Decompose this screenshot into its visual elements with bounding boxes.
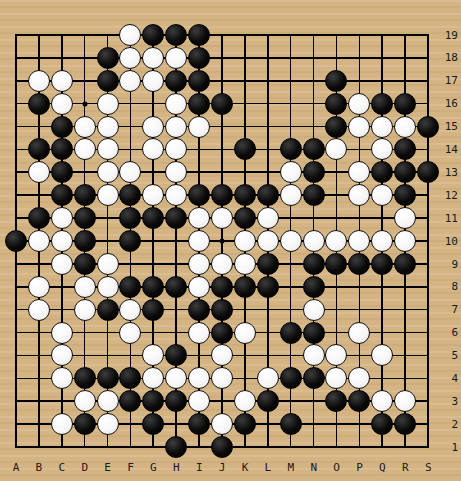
intersection-C7[interactable] — [50, 298, 73, 321]
intersection-R13[interactable] — [394, 161, 417, 184]
intersection-A10[interactable] — [5, 230, 28, 253]
intersection-K4[interactable] — [233, 367, 256, 390]
intersection-G11[interactable] — [142, 207, 165, 230]
intersection-E11[interactable] — [96, 207, 119, 230]
intersection-M10[interactable] — [279, 230, 302, 253]
intersection-O3[interactable] — [325, 390, 348, 413]
intersection-C12[interactable] — [50, 184, 73, 207]
intersection-M4[interactable] — [279, 367, 302, 390]
intersection-C2[interactable] — [50, 413, 73, 436]
intersection-H1[interactable] — [165, 436, 188, 459]
intersection-C19[interactable] — [50, 24, 73, 47]
intersection-L19[interactable] — [256, 24, 279, 47]
intersection-L17[interactable] — [256, 69, 279, 92]
intersection-J9[interactable] — [211, 252, 234, 275]
intersection-F11[interactable] — [119, 207, 142, 230]
intersection-P13[interactable] — [348, 161, 371, 184]
intersection-O5[interactable] — [325, 344, 348, 367]
intersection-F5[interactable] — [119, 344, 142, 367]
intersection-K15[interactable] — [233, 115, 256, 138]
intersection-H12[interactable] — [165, 184, 188, 207]
intersection-N13[interactable] — [302, 161, 325, 184]
intersection-F7[interactable] — [119, 298, 142, 321]
intersection-O18[interactable] — [325, 46, 348, 69]
intersection-I4[interactable] — [188, 367, 211, 390]
intersection-F9[interactable] — [119, 252, 142, 275]
intersection-I2[interactable] — [188, 413, 211, 436]
intersection-D10[interactable] — [73, 230, 96, 253]
intersection-O1[interactable] — [325, 436, 348, 459]
intersection-P17[interactable] — [348, 69, 371, 92]
intersection-J11[interactable] — [211, 207, 234, 230]
intersection-Q8[interactable] — [371, 275, 394, 298]
intersection-I11[interactable] — [188, 207, 211, 230]
intersection-E6[interactable] — [96, 321, 119, 344]
intersection-O11[interactable] — [325, 207, 348, 230]
intersection-F12[interactable] — [119, 184, 142, 207]
intersection-R16[interactable] — [394, 92, 417, 115]
intersection-I6[interactable] — [188, 321, 211, 344]
intersection-F13[interactable] — [119, 161, 142, 184]
intersection-R12[interactable] — [394, 184, 417, 207]
intersection-M11[interactable] — [279, 207, 302, 230]
intersection-O19[interactable] — [325, 24, 348, 47]
intersection-J3[interactable] — [211, 390, 234, 413]
intersection-I5[interactable] — [188, 344, 211, 367]
intersection-M15[interactable] — [279, 115, 302, 138]
intersection-N9[interactable] — [302, 252, 325, 275]
intersection-D9[interactable] — [73, 252, 96, 275]
intersection-G2[interactable] — [142, 413, 165, 436]
intersection-N2[interactable] — [302, 413, 325, 436]
intersection-J19[interactable] — [211, 24, 234, 47]
intersection-K8[interactable] — [233, 275, 256, 298]
intersection-B6[interactable] — [27, 321, 50, 344]
intersection-B18[interactable] — [27, 46, 50, 69]
intersection-N19[interactable] — [302, 24, 325, 47]
intersection-L9[interactable] — [256, 252, 279, 275]
intersection-H4[interactable] — [165, 367, 188, 390]
intersection-O12[interactable] — [325, 184, 348, 207]
intersection-E8[interactable] — [96, 275, 119, 298]
intersection-H3[interactable] — [165, 390, 188, 413]
intersection-E2[interactable] — [96, 413, 119, 436]
intersection-R7[interactable] — [394, 298, 417, 321]
intersection-C13[interactable] — [50, 161, 73, 184]
intersection-M3[interactable] — [279, 390, 302, 413]
intersection-A14[interactable] — [5, 138, 28, 161]
intersection-O4[interactable] — [325, 367, 348, 390]
intersection-C6[interactable] — [50, 321, 73, 344]
intersection-P8[interactable] — [348, 275, 371, 298]
intersection-D16[interactable] — [73, 92, 96, 115]
intersection-H10[interactable] — [165, 230, 188, 253]
intersection-M5[interactable] — [279, 344, 302, 367]
intersection-R18[interactable] — [394, 46, 417, 69]
intersection-D19[interactable] — [73, 24, 96, 47]
intersection-F8[interactable] — [119, 275, 142, 298]
intersection-B13[interactable] — [27, 161, 50, 184]
intersection-L5[interactable] — [256, 344, 279, 367]
intersection-Q9[interactable] — [371, 252, 394, 275]
intersection-Q10[interactable] — [371, 230, 394, 253]
intersection-B2[interactable] — [27, 413, 50, 436]
intersection-R4[interactable] — [394, 367, 417, 390]
intersection-R15[interactable] — [394, 115, 417, 138]
intersection-B1[interactable] — [27, 436, 50, 459]
intersection-I18[interactable] — [188, 46, 211, 69]
intersection-J4[interactable] — [211, 367, 234, 390]
intersection-L11[interactable] — [256, 207, 279, 230]
intersection-F1[interactable] — [119, 436, 142, 459]
intersection-Q14[interactable] — [371, 138, 394, 161]
intersection-K13[interactable] — [233, 161, 256, 184]
intersection-G17[interactable] — [142, 69, 165, 92]
intersection-G12[interactable] — [142, 184, 165, 207]
intersection-F3[interactable] — [119, 390, 142, 413]
intersection-M1[interactable] — [279, 436, 302, 459]
intersection-C3[interactable] — [50, 390, 73, 413]
intersection-N10[interactable] — [302, 230, 325, 253]
intersection-A1[interactable] — [5, 436, 28, 459]
intersection-K10[interactable] — [233, 230, 256, 253]
intersection-A16[interactable] — [5, 92, 28, 115]
intersection-C11[interactable] — [50, 207, 73, 230]
intersection-Q3[interactable] — [371, 390, 394, 413]
intersection-J8[interactable] — [211, 275, 234, 298]
intersection-K7[interactable] — [233, 298, 256, 321]
intersection-O2[interactable] — [325, 413, 348, 436]
intersection-M14[interactable] — [279, 138, 302, 161]
intersection-R6[interactable] — [394, 321, 417, 344]
intersection-K12[interactable] — [233, 184, 256, 207]
intersection-D11[interactable] — [73, 207, 96, 230]
intersection-G14[interactable] — [142, 138, 165, 161]
intersection-I9[interactable] — [188, 252, 211, 275]
intersection-L7[interactable] — [256, 298, 279, 321]
intersection-N8[interactable] — [302, 275, 325, 298]
intersection-P3[interactable] — [348, 390, 371, 413]
intersection-B12[interactable] — [27, 184, 50, 207]
intersection-A7[interactable] — [5, 298, 28, 321]
intersection-E18[interactable] — [96, 46, 119, 69]
intersection-J12[interactable] — [211, 184, 234, 207]
intersection-G9[interactable] — [142, 252, 165, 275]
intersection-J6[interactable] — [211, 321, 234, 344]
intersection-H14[interactable] — [165, 138, 188, 161]
intersection-J10[interactable] — [211, 230, 234, 253]
intersection-K16[interactable] — [233, 92, 256, 115]
intersection-D2[interactable] — [73, 413, 96, 436]
intersection-H2[interactable] — [165, 413, 188, 436]
intersection-C17[interactable] — [50, 69, 73, 92]
intersection-B19[interactable] — [27, 24, 50, 47]
intersection-M16[interactable] — [279, 92, 302, 115]
intersection-R10[interactable] — [394, 230, 417, 253]
intersection-I7[interactable] — [188, 298, 211, 321]
intersection-J17[interactable] — [211, 69, 234, 92]
intersection-G15[interactable] — [142, 115, 165, 138]
intersection-A2[interactable] — [5, 413, 28, 436]
intersection-A8[interactable] — [5, 275, 28, 298]
intersection-N5[interactable] — [302, 344, 325, 367]
intersection-H19[interactable] — [165, 24, 188, 47]
intersection-P19[interactable] — [348, 24, 371, 47]
intersection-Q2[interactable] — [371, 413, 394, 436]
intersection-P12[interactable] — [348, 184, 371, 207]
intersection-I16[interactable] — [188, 92, 211, 115]
intersection-L3[interactable] — [256, 390, 279, 413]
intersection-K17[interactable] — [233, 69, 256, 92]
intersection-J13[interactable] — [211, 161, 234, 184]
intersection-J1[interactable] — [211, 436, 234, 459]
intersection-L4[interactable] — [256, 367, 279, 390]
intersection-J2[interactable] — [211, 413, 234, 436]
intersection-N6[interactable] — [302, 321, 325, 344]
intersection-J16[interactable] — [211, 92, 234, 115]
intersection-L14[interactable] — [256, 138, 279, 161]
intersection-P18[interactable] — [348, 46, 371, 69]
intersection-C18[interactable] — [50, 46, 73, 69]
intersection-P6[interactable] — [348, 321, 371, 344]
intersection-E14[interactable] — [96, 138, 119, 161]
intersection-B9[interactable] — [27, 252, 50, 275]
intersection-H15[interactable] — [165, 115, 188, 138]
intersection-E15[interactable] — [96, 115, 119, 138]
intersection-R19[interactable] — [394, 24, 417, 47]
intersection-M18[interactable] — [279, 46, 302, 69]
intersection-C16[interactable] — [50, 92, 73, 115]
intersection-P1[interactable] — [348, 436, 371, 459]
intersection-G19[interactable] — [142, 24, 165, 47]
intersection-C9[interactable] — [50, 252, 73, 275]
intersection-A9[interactable] — [5, 252, 28, 275]
intersection-R1[interactable] — [394, 436, 417, 459]
intersection-P16[interactable] — [348, 92, 371, 115]
intersection-R2[interactable] — [394, 413, 417, 436]
intersection-L13[interactable] — [256, 161, 279, 184]
intersection-N3[interactable] — [302, 390, 325, 413]
intersection-B10[interactable] — [27, 230, 50, 253]
intersection-E19[interactable] — [96, 24, 119, 47]
intersection-D17[interactable] — [73, 69, 96, 92]
intersection-H18[interactable] — [165, 46, 188, 69]
intersection-M7[interactable] — [279, 298, 302, 321]
intersection-E12[interactable] — [96, 184, 119, 207]
intersection-M2[interactable] — [279, 413, 302, 436]
intersection-O13[interactable] — [325, 161, 348, 184]
intersection-J14[interactable] — [211, 138, 234, 161]
intersection-G18[interactable] — [142, 46, 165, 69]
intersection-B11[interactable] — [27, 207, 50, 230]
intersection-I19[interactable] — [188, 24, 211, 47]
intersection-D13[interactable] — [73, 161, 96, 184]
intersection-I3[interactable] — [188, 390, 211, 413]
intersection-D1[interactable] — [73, 436, 96, 459]
intersection-A11[interactable] — [5, 207, 28, 230]
intersection-H13[interactable] — [165, 161, 188, 184]
intersection-N11[interactable] — [302, 207, 325, 230]
intersection-P10[interactable] — [348, 230, 371, 253]
intersection-N4[interactable] — [302, 367, 325, 390]
intersection-K14[interactable] — [233, 138, 256, 161]
intersection-D5[interactable] — [73, 344, 96, 367]
intersection-D6[interactable] — [73, 321, 96, 344]
intersection-Q1[interactable] — [371, 436, 394, 459]
intersection-Q5[interactable] — [371, 344, 394, 367]
intersection-M13[interactable] — [279, 161, 302, 184]
intersection-A19[interactable] — [5, 24, 28, 47]
intersection-O9[interactable] — [325, 252, 348, 275]
intersection-I13[interactable] — [188, 161, 211, 184]
intersection-C8[interactable] — [50, 275, 73, 298]
intersection-M9[interactable] — [279, 252, 302, 275]
intersection-L12[interactable] — [256, 184, 279, 207]
intersection-L16[interactable] — [256, 92, 279, 115]
intersection-Q13[interactable] — [371, 161, 394, 184]
intersection-G3[interactable] — [142, 390, 165, 413]
intersection-G6[interactable] — [142, 321, 165, 344]
intersection-R9[interactable] — [394, 252, 417, 275]
intersection-A5[interactable] — [5, 344, 28, 367]
intersection-A6[interactable] — [5, 321, 28, 344]
intersection-J5[interactable] — [211, 344, 234, 367]
intersection-H11[interactable] — [165, 207, 188, 230]
intersection-N7[interactable] — [302, 298, 325, 321]
intersection-G10[interactable] — [142, 230, 165, 253]
intersection-O15[interactable] — [325, 115, 348, 138]
intersection-G16[interactable] — [142, 92, 165, 115]
intersection-K6[interactable] — [233, 321, 256, 344]
intersection-M19[interactable] — [279, 24, 302, 47]
intersection-E4[interactable] — [96, 367, 119, 390]
intersection-B16[interactable] — [27, 92, 50, 115]
intersection-Q6[interactable] — [371, 321, 394, 344]
intersection-K11[interactable] — [233, 207, 256, 230]
intersection-L18[interactable] — [256, 46, 279, 69]
intersection-D15[interactable] — [73, 115, 96, 138]
intersection-K1[interactable] — [233, 436, 256, 459]
intersection-A4[interactable] — [5, 367, 28, 390]
intersection-C4[interactable] — [50, 367, 73, 390]
intersection-H17[interactable] — [165, 69, 188, 92]
intersection-P2[interactable] — [348, 413, 371, 436]
intersection-D4[interactable] — [73, 367, 96, 390]
intersection-B8[interactable] — [27, 275, 50, 298]
intersection-K2[interactable] — [233, 413, 256, 436]
intersection-N18[interactable] — [302, 46, 325, 69]
intersection-M17[interactable] — [279, 69, 302, 92]
intersection-S15[interactable] — [417, 115, 440, 138]
intersection-O8[interactable] — [325, 275, 348, 298]
intersection-Q18[interactable] — [371, 46, 394, 69]
intersection-P9[interactable] — [348, 252, 371, 275]
intersection-M12[interactable] — [279, 184, 302, 207]
intersection-H9[interactable] — [165, 252, 188, 275]
intersection-A18[interactable] — [5, 46, 28, 69]
intersection-R5[interactable] — [394, 344, 417, 367]
intersection-Q16[interactable] — [371, 92, 394, 115]
intersection-B17[interactable] — [27, 69, 50, 92]
intersection-B15[interactable] — [27, 115, 50, 138]
intersection-E3[interactable] — [96, 390, 119, 413]
intersection-B5[interactable] — [27, 344, 50, 367]
intersection-L2[interactable] — [256, 413, 279, 436]
intersection-R8[interactable] — [394, 275, 417, 298]
intersection-L6[interactable] — [256, 321, 279, 344]
intersection-D3[interactable] — [73, 390, 96, 413]
intersection-G1[interactable] — [142, 436, 165, 459]
intersection-R3[interactable] — [394, 390, 417, 413]
intersection-D14[interactable] — [73, 138, 96, 161]
intersection-G8[interactable] — [142, 275, 165, 298]
intersection-Q12[interactable] — [371, 184, 394, 207]
intersection-A12[interactable] — [5, 184, 28, 207]
intersection-K18[interactable] — [233, 46, 256, 69]
intersection-P15[interactable] — [348, 115, 371, 138]
intersection-Q4[interactable] — [371, 367, 394, 390]
intersection-L15[interactable] — [256, 115, 279, 138]
intersection-E5[interactable] — [96, 344, 119, 367]
intersection-O16[interactable] — [325, 92, 348, 115]
intersection-A15[interactable] — [5, 115, 28, 138]
intersection-E10[interactable] — [96, 230, 119, 253]
intersection-C1[interactable] — [50, 436, 73, 459]
intersection-F14[interactable] — [119, 138, 142, 161]
intersection-F17[interactable] — [119, 69, 142, 92]
intersection-P11[interactable] — [348, 207, 371, 230]
intersection-R14[interactable] — [394, 138, 417, 161]
intersection-N12[interactable] — [302, 184, 325, 207]
intersection-E9[interactable] — [96, 252, 119, 275]
intersection-Q7[interactable] — [371, 298, 394, 321]
intersection-G5[interactable] — [142, 344, 165, 367]
intersection-I8[interactable] — [188, 275, 211, 298]
intersection-H8[interactable] — [165, 275, 188, 298]
intersection-O6[interactable] — [325, 321, 348, 344]
intersection-L10[interactable] — [256, 230, 279, 253]
intersection-L1[interactable] — [256, 436, 279, 459]
intersection-R11[interactable] — [394, 207, 417, 230]
intersection-M6[interactable] — [279, 321, 302, 344]
intersection-E7[interactable] — [96, 298, 119, 321]
intersection-F6[interactable] — [119, 321, 142, 344]
intersection-F4[interactable] — [119, 367, 142, 390]
intersection-K19[interactable] — [233, 24, 256, 47]
intersection-E13[interactable] — [96, 161, 119, 184]
intersection-D8[interactable] — [73, 275, 96, 298]
intersection-I10[interactable] — [188, 230, 211, 253]
intersection-N15[interactable] — [302, 115, 325, 138]
intersection-F19[interactable] — [119, 24, 142, 47]
intersection-B3[interactable] — [27, 390, 50, 413]
intersection-G7[interactable] — [142, 298, 165, 321]
intersection-P4[interactable] — [348, 367, 371, 390]
intersection-Q15[interactable] — [371, 115, 394, 138]
intersection-B4[interactable] — [27, 367, 50, 390]
intersection-C5[interactable] — [50, 344, 73, 367]
intersection-E1[interactable] — [96, 436, 119, 459]
intersection-I1[interactable] — [188, 436, 211, 459]
intersection-F16[interactable] — [119, 92, 142, 115]
intersection-O14[interactable] — [325, 138, 348, 161]
intersection-K5[interactable] — [233, 344, 256, 367]
intersection-C14[interactable] — [50, 138, 73, 161]
intersection-K3[interactable] — [233, 390, 256, 413]
intersection-H5[interactable] — [165, 344, 188, 367]
intersection-J15[interactable] — [211, 115, 234, 138]
intersection-R17[interactable] — [394, 69, 417, 92]
